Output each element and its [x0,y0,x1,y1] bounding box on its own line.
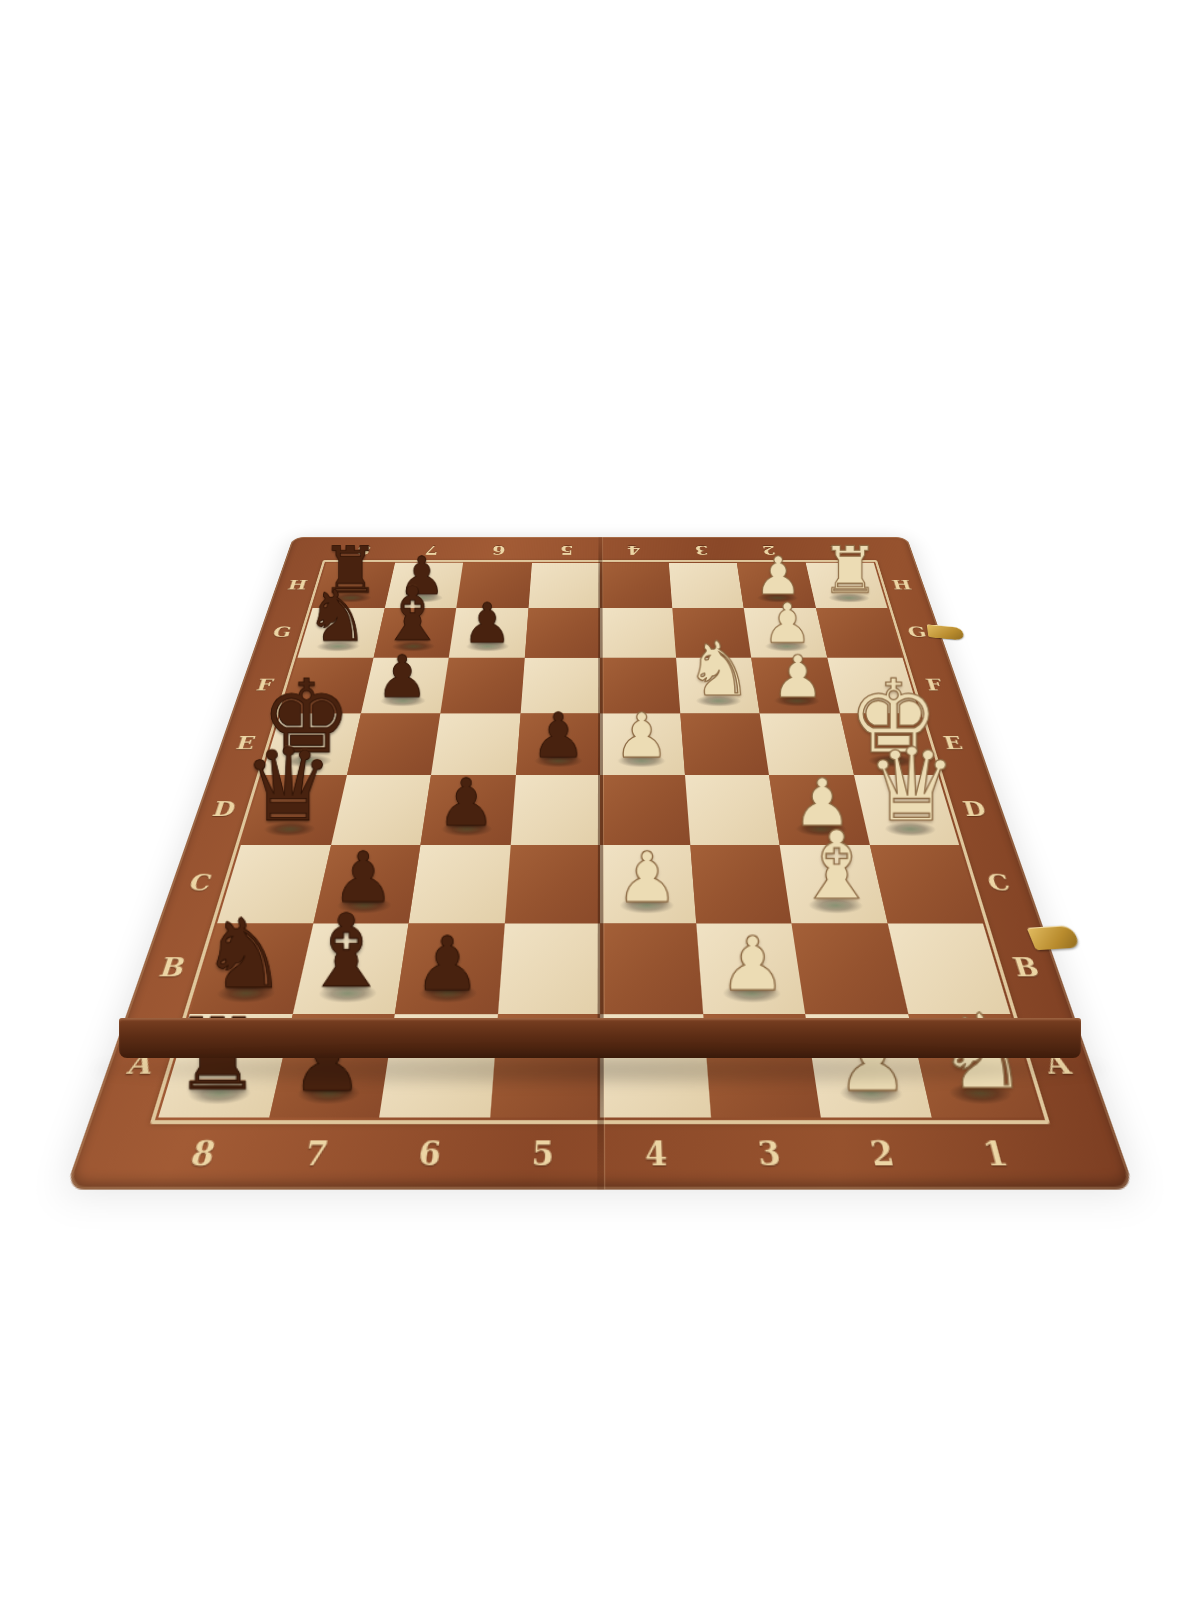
rank-label-back-1-text: 1 [827,543,845,557]
file-label-left-c-text: C [185,869,216,896]
piece-felt-shadow-e1 [867,754,918,767]
chess-board: 87654321H♜♟♟♜HG♞♝♟♟GF♟♞♟FE♚♟♟♚ED♛♟♟♛DC♟♟… [65,537,1135,1190]
rank-label-back-4: 4 [600,537,668,563]
piece-felt-shadow-g8 [316,641,361,651]
file-label-right-d-text: D [960,797,990,821]
piece-felt-shadow-f3 [695,695,741,706]
file-label-left-d-text: D [210,797,240,821]
square-f7: ♟ [361,658,449,713]
rank-label-front-1-text: 1 [979,1133,1013,1173]
rank-label-back-1: 1 [799,537,873,563]
dark-pawn-d6-icon: ♟ [437,772,496,834]
rank-label-back-4-text: 4 [626,543,641,557]
white-pawn-d2-icon: ♟ [793,772,852,834]
square-c3 [690,845,792,924]
rank-label-front-7: 7 [252,1117,379,1189]
rank-label-front-7-text: 7 [301,1133,332,1173]
square-e3 [680,713,769,775]
piece-felt-shadow-f7 [379,695,426,706]
rank-label-front-1: 1 [931,1117,1063,1189]
rank-label-front-8-text: 8 [187,1133,221,1173]
file-label-right-h-text: H [890,577,915,592]
file-label-left-f: F [232,658,298,713]
square-h3 [668,563,743,608]
square-g4 [600,608,676,658]
square-g6: ♟ [449,608,528,658]
square-b3: ♟ [696,923,805,1013]
piece-felt-shadow-g2 [765,641,809,651]
square-h4 [600,563,672,608]
product-photo-page: { "game": "chess", "position": "rn1qk1nr… [0,0,1200,1600]
square-c1 [869,845,983,924]
square-c2: ♝ [780,845,888,924]
brass-clasp-bottom-icon [1027,925,1081,950]
rank-label-front-3-text: 3 [756,1133,784,1173]
piece-felt-shadow-e5 [534,754,582,767]
square-e2 [760,713,854,775]
square-b6: ♟ [395,923,504,1013]
piece-felt-shadow-h2 [757,593,799,602]
file-label-right-f-text: F [923,675,946,694]
square-d5 [510,775,600,845]
square-h5 [528,563,600,608]
file-label-left-h-text: H [286,577,311,592]
rank-label-back-3: 3 [666,537,736,563]
square-g7: ♝ [373,608,456,658]
piece-felt-shadow-g7 [391,641,435,651]
square-e1: ♚ [839,713,938,775]
file-label-right-e-text: E [941,733,967,754]
rank-label-back-8-text: 8 [355,543,373,557]
file-label-left-e: E [210,713,281,775]
rank-label-front-4-text: 4 [644,1133,669,1173]
square-d3 [685,775,780,845]
square-c5 [504,845,600,924]
piece-felt-shadow-c2 [808,897,865,913]
square-d6: ♟ [420,775,515,845]
rank-label-front-2-text: 2 [867,1133,898,1173]
square-d4 [600,775,690,845]
piece-felt-shadow-f2 [774,695,821,706]
rank-label-front-6: 6 [368,1117,489,1189]
square-f8 [281,658,373,713]
board-shadow [95,1052,1105,1086]
piece-felt-shadow-c4 [620,897,674,913]
square-b7: ♝ [292,923,408,1013]
square-h8: ♜ [313,563,395,608]
square-g5 [524,608,600,658]
square-g2: ♟ [744,608,827,658]
square-d7 [331,775,431,845]
rank-label-front-4: 4 [600,1117,716,1189]
rank-label-back-2: 2 [733,537,805,563]
square-f4 [600,658,680,713]
rank-label-front-2: 2 [821,1117,948,1189]
rank-label-back-7-text: 7 [423,543,440,557]
square-e4: ♟ [600,713,685,775]
perspective-scene: 87654321H♜♟♟♜HG♞♝♟♟GF♟♞♟FE♚♟♟♚ED♛♟♟♛DC♟♟… [0,400,1200,1095]
piece-felt-shadow-b8 [215,983,277,1002]
piece-felt-shadow-b7 [317,983,378,1002]
piece-felt-shadow-e4 [618,754,666,767]
square-e8: ♚ [262,713,361,775]
square-h6 [456,563,531,608]
piece-felt-shadow-h1 [827,593,870,602]
file-label-right-f: F [902,658,968,713]
rank-label-back-7: 7 [395,537,467,563]
file-label-right-c-text: C [984,869,1015,896]
square-e6 [431,713,520,775]
piece-felt-shadow-h8 [330,593,373,602]
file-label-left-g-text: G [270,624,294,641]
square-g3 [672,608,751,658]
piece-felt-shadow-d6 [441,821,493,835]
square-d2: ♟ [769,775,869,845]
rank-label-back-8: 8 [326,537,400,563]
rank-label-front-5: 5 [484,1117,600,1189]
chess-set-photo: 87654321H♜♟♟♜HG♞♝♟♟GF♟♞♟FE♚♟♟♚ED♛♟♟♛DC♟♟… [0,400,1200,1220]
square-h7: ♟ [384,563,463,608]
square-c6 [409,845,511,924]
square-h2: ♟ [737,563,816,608]
file-label-left-e-text: E [233,733,259,754]
square-f6 [440,658,524,713]
piece-felt-shadow-g6 [466,641,510,651]
square-b5 [497,923,600,1013]
piece-felt-shadow-d8 [263,821,317,835]
rank-label-front-8: 8 [136,1117,268,1189]
square-f3: ♞ [676,658,760,713]
square-e5: ♟ [516,713,601,775]
frame-corner-back-right [866,537,916,563]
square-c4: ♟ [600,845,696,924]
file-label-right-b-text: B [1009,952,1044,983]
rank-label-back-2-text: 2 [760,543,777,557]
rank-label-back-6-text: 6 [491,543,507,557]
file-label-right-e: E [919,713,990,775]
square-f2: ♟ [751,658,839,713]
square-g8: ♞ [298,608,385,658]
rank-label-back-5: 5 [532,537,600,563]
rank-label-back-5-text: 5 [559,543,574,557]
piece-felt-shadow-h7 [401,593,443,602]
piece-felt-shadow-d1 [883,821,937,835]
square-b4 [600,923,703,1013]
square-f5 [520,658,600,713]
piece-felt-shadow-d2 [795,821,848,835]
piece-felt-shadow-e8 [282,754,333,767]
square-e7 [347,713,441,775]
piece-felt-shadow-b6 [419,983,479,1002]
rank-label-front-5-text: 5 [531,1133,556,1173]
rank-label-back-6: 6 [463,537,533,563]
square-c8 [217,845,331,924]
file-label-left-f-text: F [254,675,277,694]
file-label-left-b: B [127,923,217,1013]
rank-label-back-3-text: 3 [693,543,709,557]
white-bishop-c2-icon: ♝ [795,822,880,912]
rank-label-front-6-text: 6 [416,1133,444,1173]
piece-felt-shadow-b3 [722,983,782,1002]
piece-felt-shadow-c7 [336,897,393,913]
file-label-left-b-text: B [156,952,191,983]
square-c7: ♟ [313,845,421,924]
rank-label-front-3: 3 [710,1117,831,1189]
